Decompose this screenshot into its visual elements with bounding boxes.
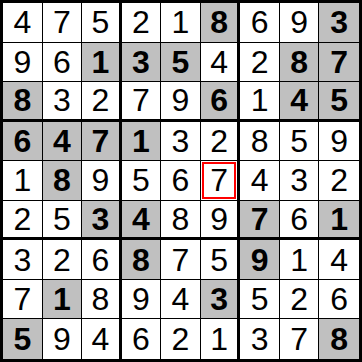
cell-r8c2[interactable]: 1 — [43, 280, 83, 320]
cell-r9c1[interactable]: 5 — [3, 319, 43, 359]
cell-r5c3[interactable]: 9 — [82, 161, 122, 201]
cell-r5c8[interactable]: 3 — [280, 161, 320, 201]
sudoku-board: 4752186939613542878327961456471328591895… — [0, 0, 362, 362]
cell-r6c5[interactable]: 8 — [161, 201, 201, 241]
cell-r1c9[interactable]: 3 — [319, 3, 359, 43]
cell-r2c8[interactable]: 8 — [280, 43, 320, 83]
cell-r3c8[interactable]: 4 — [280, 82, 320, 122]
cell-r4c4[interactable]: 1 — [122, 122, 162, 162]
cell-r1c6[interactable]: 8 — [201, 3, 241, 43]
cell-r5c1[interactable]: 1 — [3, 161, 43, 201]
cell-r6c1[interactable]: 2 — [3, 201, 43, 241]
cell-r3c4[interactable]: 7 — [122, 82, 162, 122]
cell-r7c9[interactable]: 4 — [319, 240, 359, 280]
cell-r9c8[interactable]: 7 — [280, 319, 320, 359]
cell-r9c2[interactable]: 9 — [43, 319, 83, 359]
cell-r7c2[interactable]: 2 — [43, 240, 83, 280]
cell-r6c6[interactable]: 9 — [201, 201, 241, 241]
cell-r8c4[interactable]: 9 — [122, 280, 162, 320]
cell-r1c3[interactable]: 5 — [82, 3, 122, 43]
cell-r8c9[interactable]: 6 — [319, 280, 359, 320]
cell-r8c6[interactable]: 3 — [201, 280, 241, 320]
cell-r3c2[interactable]: 3 — [43, 82, 83, 122]
cell-r1c7[interactable]: 6 — [240, 3, 280, 43]
cell-r3c1[interactable]: 8 — [3, 82, 43, 122]
cell-r3c9[interactable]: 5 — [319, 82, 359, 122]
cell-r7c5[interactable]: 7 — [161, 240, 201, 280]
cell-r4c5[interactable]: 3 — [161, 122, 201, 162]
cell-r9c6[interactable]: 1 — [201, 319, 241, 359]
cell-r6c2[interactable]: 5 — [43, 201, 83, 241]
cell-r8c7[interactable]: 5 — [240, 280, 280, 320]
cell-r6c9[interactable]: 1 — [319, 201, 359, 241]
cell-r1c1[interactable]: 4 — [3, 3, 43, 43]
cell-r9c9[interactable]: 8 — [319, 319, 359, 359]
cell-r8c1[interactable]: 7 — [3, 280, 43, 320]
cell-r3c5[interactable]: 9 — [161, 82, 201, 122]
cell-r7c6[interactable]: 5 — [201, 240, 241, 280]
cell-r4c8[interactable]: 5 — [280, 122, 320, 162]
cell-r3c6[interactable]: 6 — [201, 82, 241, 122]
cell-r1c5[interactable]: 1 — [161, 3, 201, 43]
cell-r2c7[interactable]: 2 — [240, 43, 280, 83]
cell-r1c8[interactable]: 9 — [280, 3, 320, 43]
cell-r6c8[interactable]: 6 — [280, 201, 320, 241]
cell-r1c2[interactable]: 7 — [43, 3, 83, 43]
cell-r2c9[interactable]: 7 — [319, 43, 359, 83]
cell-r9c3[interactable]: 4 — [82, 319, 122, 359]
cell-r4c2[interactable]: 4 — [43, 122, 83, 162]
cell-r8c3[interactable]: 8 — [82, 280, 122, 320]
cell-r2c3[interactable]: 1 — [82, 43, 122, 83]
cell-r4c7[interactable]: 8 — [240, 122, 280, 162]
cell-r4c9[interactable]: 9 — [319, 122, 359, 162]
cell-r1c4[interactable]: 2 — [122, 3, 162, 43]
cell-r6c4[interactable]: 4 — [122, 201, 162, 241]
cell-r5c6[interactable]: 7 — [201, 161, 241, 201]
cell-r5c5[interactable]: 6 — [161, 161, 201, 201]
cell-r9c4[interactable]: 6 — [122, 319, 162, 359]
cell-r8c5[interactable]: 4 — [161, 280, 201, 320]
cell-r2c6[interactable]: 4 — [201, 43, 241, 83]
cell-r2c5[interactable]: 5 — [161, 43, 201, 83]
cell-r6c7[interactable]: 7 — [240, 201, 280, 241]
cell-r2c2[interactable]: 6 — [43, 43, 83, 83]
cell-r9c5[interactable]: 2 — [161, 319, 201, 359]
cell-r7c1[interactable]: 3 — [3, 240, 43, 280]
cell-r7c8[interactable]: 1 — [280, 240, 320, 280]
cell-r7c7[interactable]: 9 — [240, 240, 280, 280]
cell-r4c3[interactable]: 7 — [82, 122, 122, 162]
cell-r2c4[interactable]: 3 — [122, 43, 162, 83]
cell-r5c2[interactable]: 8 — [43, 161, 83, 201]
cell-r2c1[interactable]: 9 — [3, 43, 43, 83]
cell-r5c7[interactable]: 4 — [240, 161, 280, 201]
cell-r4c1[interactable]: 6 — [3, 122, 43, 162]
cell-r8c8[interactable]: 2 — [280, 280, 320, 320]
cell-r6c3[interactable]: 3 — [82, 201, 122, 241]
cell-r4c6[interactable]: 2 — [201, 122, 241, 162]
cell-r7c3[interactable]: 6 — [82, 240, 122, 280]
cell-r5c4[interactable]: 5 — [122, 161, 162, 201]
cell-r7c4[interactable]: 8 — [122, 240, 162, 280]
cell-r3c7[interactable]: 1 — [240, 82, 280, 122]
cell-r5c9[interactable]: 2 — [319, 161, 359, 201]
cell-r3c3[interactable]: 2 — [82, 82, 122, 122]
cell-r9c7[interactable]: 3 — [240, 319, 280, 359]
